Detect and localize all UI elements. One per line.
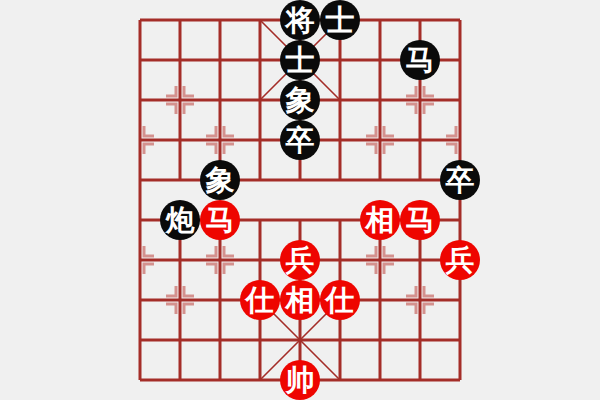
black-advisor[interactable]: 士 <box>320 0 360 40</box>
xiangqi-board: 将士士马象卒象卒炮马相马兵兵仕相仕帅 <box>0 0 600 400</box>
black-cannon[interactable]: 炮 <box>160 200 200 240</box>
red-elephant[interactable]: 相 <box>360 200 400 240</box>
black-soldier[interactable]: 卒 <box>280 120 320 160</box>
black-elephant[interactable]: 象 <box>200 160 240 200</box>
red-elephant[interactable]: 相 <box>280 280 320 320</box>
black-horse[interactable]: 马 <box>400 40 440 80</box>
red-soldier[interactable]: 兵 <box>440 240 480 280</box>
red-advisor[interactable]: 仕 <box>320 280 360 320</box>
red-horse[interactable]: 马 <box>400 200 440 240</box>
pieces-layer: 将士士马象卒象卒炮马相马兵兵仕相仕帅 <box>120 0 480 400</box>
red-advisor[interactable]: 仕 <box>240 280 280 320</box>
black-advisor[interactable]: 士 <box>280 40 320 80</box>
black-general[interactable]: 将 <box>280 0 320 40</box>
black-elephant[interactable]: 象 <box>280 80 320 120</box>
red-horse[interactable]: 马 <box>200 200 240 240</box>
red-general[interactable]: 帅 <box>280 360 320 400</box>
black-soldier[interactable]: 卒 <box>440 160 480 200</box>
red-soldier[interactable]: 兵 <box>280 240 320 280</box>
